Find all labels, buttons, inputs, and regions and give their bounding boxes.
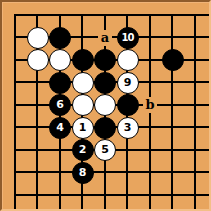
stone-black-c3r4	[49, 72, 71, 94]
stone-white-c2r2	[27, 27, 49, 49]
stone-black-c3r6-move-4: 4	[49, 117, 71, 139]
go-board: 1096413258ab	[0, 0, 211, 211]
stone-black-c8r3	[162, 49, 184, 71]
point-label-a: a	[98, 30, 112, 46]
point-label-b: b	[143, 97, 157, 113]
stone-black-c4r8-move-8: 8	[72, 162, 94, 184]
stone-black-c4r3	[72, 49, 94, 71]
stone-white-c6r6-move-3: 3	[117, 117, 139, 139]
stone-white-c3r3	[49, 49, 71, 71]
stone-black-c6r5	[117, 94, 139, 116]
stone-white-c4r4	[72, 72, 94, 94]
stone-black-c4r7-move-2: 2	[72, 139, 94, 161]
stone-black-c3r2	[49, 27, 71, 49]
stone-white-c6r4-move-9: 9	[117, 72, 139, 94]
stone-black-c3r5-move-6: 6	[49, 94, 71, 116]
stone-white-c4r5	[72, 94, 94, 116]
stone-white-c5r5	[94, 94, 116, 116]
stone-black-c5r6	[94, 117, 116, 139]
stone-white-c5r7-move-5: 5	[94, 139, 116, 161]
stone-black-c5r3	[94, 49, 116, 71]
stone-white-c4r6-move-1: 1	[72, 117, 94, 139]
stone-black-c6r2-move-10: 10	[117, 27, 139, 49]
stone-white-c2r3	[27, 49, 49, 71]
stone-white-c6r3	[117, 49, 139, 71]
stone-black-c5r4	[94, 72, 116, 94]
